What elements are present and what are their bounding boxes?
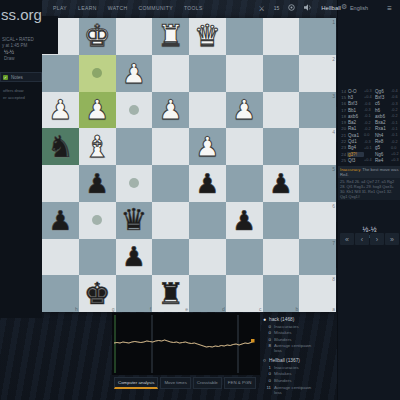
bottom-tabs: Computer analysisMove timesCrosstableFEN… <box>114 377 256 389</box>
move-row: 25Qf3+0.4Re4+0.3 <box>338 157 400 163</box>
eval-value: -0.2 <box>391 114 400 118</box>
stat-value: 8 <box>265 343 271 353</box>
square-f7[interactable]: ♟ <box>116 239 153 276</box>
challenge-icon[interactable] <box>288 4 295 12</box>
black-move[interactable]: Re8 <box>374 139 391 144</box>
white-color-icon: ○ <box>263 357 266 363</box>
file-coordinate: e <box>185 306 188 312</box>
black-move[interactable]: c6 <box>374 101 391 106</box>
file-coordinate: g <box>112 306 115 312</box>
last-move-button[interactable]: » <box>385 233 399 245</box>
eval-value: 0.0 <box>364 133 374 137</box>
square-a5[interactable]: 5 <box>299 165 336 202</box>
tab-fen-pgn[interactable]: FEN & PGN <box>224 377 256 389</box>
square-b5[interactable]: ♟ <box>263 165 300 202</box>
hamburger-menu-icon[interactable]: ≡ <box>387 4 392 13</box>
stat-value: 0 <box>265 324 271 329</box>
stat-value: 0 <box>265 371 271 376</box>
file-coordinate: h <box>75 306 78 312</box>
file-coordinate: d <box>222 306 225 312</box>
move-dest-dot <box>129 105 139 115</box>
move-dest-dot <box>92 68 102 78</box>
swords-icon[interactable]: ⚔ <box>258 5 264 12</box>
top-nav: PLAYLEARNWATCHCOMMUNITYTOOLS ⚔ 15 Hellba… <box>0 0 400 16</box>
rank-coordinate: 2 <box>332 56 335 62</box>
square-h7[interactable] <box>42 239 79 276</box>
stat-label: Mistakes <box>274 330 291 335</box>
stats-black-player: ●hack (1468)0Inaccuracies0Mistakes0Blund… <box>263 316 335 353</box>
eval-value: -0.1 <box>391 121 400 125</box>
eval-value: -0.2 <box>364 127 374 131</box>
tab-crosstable[interactable]: Crosstable <box>193 377 222 389</box>
nav-item-tools[interactable]: TOOLS <box>184 5 203 11</box>
square-g1[interactable]: ♚ <box>79 18 116 55</box>
white-move[interactable]: Bg4 <box>347 145 364 150</box>
square-d4[interactable]: ♟ <box>189 128 226 165</box>
white-pawn: ♟ <box>48 96 72 123</box>
black-move[interactable]: Ng6 <box>374 152 391 157</box>
square-c1[interactable] <box>226 18 263 55</box>
square-d7[interactable] <box>189 239 226 276</box>
square-a8[interactable]: 8a <box>299 275 336 312</box>
rank-coordinate: 5 <box>332 166 335 172</box>
square-f1[interactable] <box>116 18 153 55</box>
square-h3[interactable]: ♟ <box>42 92 79 129</box>
player-name: hack (1468) <box>269 317 294 322</box>
square-a4[interactable]: 4 <box>299 128 336 165</box>
move-dest-dot <box>129 178 139 188</box>
white-move[interactable]: Qxa1 <box>347 133 364 138</box>
square-c7[interactable] <box>226 239 263 276</box>
eval-value: +0.2 <box>391 152 400 156</box>
black-move[interactable]: Bxf3 <box>374 95 391 100</box>
white-pawn: ♟ <box>195 133 219 160</box>
nav-item-learn[interactable]: LEARN <box>78 5 97 11</box>
black-knight: ♞ <box>47 132 74 162</box>
stat-value: 1 <box>265 365 271 370</box>
square-e1[interactable]: ♜ <box>152 18 189 55</box>
white-move[interactable]: Qf3 <box>347 158 364 163</box>
nav-item-play[interactable]: PLAY <box>53 5 67 11</box>
square-h4[interactable]: ♞ <box>42 128 79 165</box>
square-d2[interactable] <box>189 55 226 92</box>
square-a7[interactable]: 7 <box>299 239 336 276</box>
notes-tab[interactable]: Notes <box>11 75 23 80</box>
square-b3[interactable] <box>263 92 300 129</box>
white-move[interactable]: Bxf3 <box>347 101 364 106</box>
square-f2[interactable]: ♟ <box>116 55 153 92</box>
white-pawn: ♟ <box>85 96 109 123</box>
file-coordinate: c <box>259 306 262 312</box>
player-stats: ●hack (1468)0Inaccuracies0Mistakes0Blund… <box>263 316 335 399</box>
tab-move-times[interactable]: Move times <box>160 377 190 389</box>
square-f5[interactable] <box>116 165 153 202</box>
square-d3[interactable] <box>189 92 226 129</box>
file-coordinate: f <box>150 306 151 312</box>
eval-value: +0.3 <box>364 89 374 93</box>
rank-coordinate: 4 <box>332 129 335 135</box>
square-g3[interactable]: ♟ <box>79 92 116 129</box>
eval-value: -0.2 <box>364 121 374 125</box>
eval-value: -0.2 <box>391 140 400 144</box>
black-pawn: ♟ <box>195 170 219 197</box>
white-rook: ♜ <box>157 21 184 51</box>
eval-value: -0.1 <box>391 127 400 131</box>
square-f8[interactable]: f <box>116 275 153 312</box>
stat-label: Blunders <box>274 378 291 383</box>
stat-label: Mistakes <box>274 371 291 376</box>
chat-line: er accepted <box>3 95 25 100</box>
white-move[interactable]: Bb1 <box>347 108 364 113</box>
black-move[interactable]: Re4 <box>374 158 391 163</box>
analysis-comment: Inaccuracy. The best move was Re4. <box>338 166 400 179</box>
square-c5[interactable] <box>226 165 263 202</box>
game-date-label: y at 1:45 PM <box>2 43 27 48</box>
square-e2[interactable] <box>152 55 189 92</box>
black-rook: ♜ <box>157 279 184 309</box>
square-c4[interactable] <box>226 128 263 165</box>
white-move[interactable]: Qd1 <box>347 139 364 144</box>
square-h6[interactable]: ♟ <box>42 202 79 239</box>
variation-line[interactable]: 25. Re4 26. a4 Qe7 27. a5 Rg2 28. Qf1 Rx… <box>338 178 400 200</box>
square-g7[interactable] <box>79 239 116 276</box>
move-number: 18 <box>338 114 347 119</box>
square-e6[interactable] <box>152 202 189 239</box>
square-f4[interactable] <box>116 128 153 165</box>
square-h8[interactable]: h <box>42 275 79 312</box>
square-a6[interactable]: 6 <box>299 202 336 239</box>
move-number: 16 <box>338 101 347 106</box>
eval-value: +0.4 <box>364 158 374 162</box>
rank-coordinate: 8 <box>332 276 335 282</box>
file-coordinate: b <box>295 306 298 312</box>
square-a3[interactable]: 3 <box>299 92 336 129</box>
move-number: 20 <box>338 126 347 131</box>
eval-line <box>114 340 254 347</box>
nav-menu: PLAYLEARNWATCHCOMMUNITYTOOLS <box>53 5 203 11</box>
game-type-label: SICAL • RATED <box>2 37 34 42</box>
black-pawn: ♟ <box>85 170 109 197</box>
sound-icon[interactable] <box>304 4 312 12</box>
stat-value: 0 <box>265 378 271 383</box>
white-move[interactable]: Ba2 <box>347 120 364 125</box>
eval-value: +0.3 <box>391 158 400 162</box>
move-number: 23 <box>338 145 347 150</box>
move-number: 24 <box>338 152 347 157</box>
black-pawn: ♟ <box>269 170 293 197</box>
square-d1[interactable]: ♛ <box>189 18 226 55</box>
eval-value: -0.1 <box>364 114 374 118</box>
rank-coordinate: 7 <box>332 240 335 246</box>
prev-move-button[interactable]: ‹ <box>355 233 369 245</box>
black-queen: ♛ <box>120 205 147 235</box>
stat-value: 0 <box>265 337 271 342</box>
eval-value: +0.4 <box>364 95 374 99</box>
stat-label: Average centipawn loss <box>274 343 314 353</box>
eval-value: +0.1 <box>364 146 374 150</box>
white-queen: ♛ <box>194 21 221 51</box>
square-c8[interactable]: c <box>226 275 263 312</box>
square-d8[interactable]: d <box>189 275 226 312</box>
black-move[interactable]: Nh4 <box>374 133 391 138</box>
eval-value: -0.6 <box>364 102 374 106</box>
black-move[interactable]: axb6 <box>374 114 391 119</box>
square-e7[interactable] <box>152 239 189 276</box>
stat-value: 11 <box>265 385 271 395</box>
eval-value: -0.6 <box>391 95 400 99</box>
square-f3[interactable] <box>116 92 153 129</box>
black-move[interactable]: h6 <box>374 108 391 113</box>
white-move[interactable]: O-O <box>347 89 364 94</box>
eval-value: 0.0 <box>391 146 400 150</box>
white-bishop: ♝ <box>84 132 111 162</box>
square-d5[interactable]: ♟ <box>189 165 226 202</box>
eval-graph[interactable] <box>112 313 260 375</box>
language-selector[interactable]: English <box>350 5 368 11</box>
square-a1[interactable]: 1 <box>299 18 336 55</box>
current-move-marker <box>251 339 255 343</box>
stat-label: Average centipawn loss <box>274 385 314 395</box>
eval-value: -0.3 <box>391 102 400 106</box>
black-color-icon: ● <box>263 316 266 322</box>
stat-label: Inaccuracies <box>274 324 299 329</box>
black-pawn: ♟ <box>122 243 146 270</box>
white-move[interactable]: h3 <box>347 95 364 100</box>
square-e3[interactable]: ♟ <box>152 92 189 129</box>
square-a2[interactable]: 2 <box>299 55 336 92</box>
move-number: 21 <box>338 133 347 138</box>
move-number: 15 <box>338 95 347 100</box>
sidebar-tabs[interactable]: ✓ Notes <box>0 72 42 82</box>
chess-board: ♚♜♛1♟2♟♟♟♟3♞♝♟4♟♟♟5♟♛♟6♟7h♚gf♜edcb8a <box>42 18 336 312</box>
black-move[interactable]: g5 <box>374 145 391 150</box>
square-b7[interactable] <box>263 239 300 276</box>
stats-white-player: ○Hellball (1367)1Inaccuracies0Mistakes0B… <box>263 357 335 394</box>
first-move-button[interactable]: « <box>340 233 354 245</box>
tab-computer-analysis[interactable]: Computer analysis <box>114 377 158 389</box>
move-number: 25 <box>338 158 347 163</box>
eval-value: -0.3 <box>364 108 374 112</box>
white-pawn: ♟ <box>159 96 183 123</box>
white-pawn: ♟ <box>232 96 256 123</box>
square-b1[interactable] <box>263 18 300 55</box>
square-g8[interactable]: ♚g <box>79 275 116 312</box>
square-b8[interactable]: b <box>263 275 300 312</box>
stat-label: Inaccuracies <box>274 365 299 370</box>
chat-line: offers draw <box>3 88 24 93</box>
square-c6[interactable]: ♟ <box>226 202 263 239</box>
stat-label: Blunders <box>274 337 291 342</box>
square-g6[interactable] <box>79 202 116 239</box>
player-name: Hellball (1367) <box>269 358 300 363</box>
checkbox-icon[interactable]: ✓ <box>3 75 8 80</box>
black-move[interactable]: Qg6 <box>374 89 391 94</box>
next-move-button[interactable]: › <box>370 233 384 245</box>
move-nav-buttons: «‹›» <box>340 233 399 245</box>
rank-coordinate: 3 <box>332 93 335 99</box>
move-dest-dot <box>92 215 102 225</box>
analysis-panel: ⚙ 14O-O+0.3Qg6-0.415h3+0.4Bxf3-0.616Bxf3… <box>337 0 400 400</box>
file-coordinate: a <box>332 306 335 312</box>
eval-value: -0.4 <box>391 89 400 93</box>
white-king: ♚ <box>84 21 111 51</box>
black-move[interactable]: Rxa1 <box>374 126 391 131</box>
square-h5[interactable] <box>42 165 79 202</box>
white-move[interactable]: Ra1 <box>347 126 364 131</box>
eval-value: -0.2 <box>391 108 400 112</box>
rank-coordinate: 6 <box>332 203 335 209</box>
nav-item-community[interactable]: COMMUNITY <box>138 5 172 11</box>
black-pawn: ♟ <box>232 207 256 234</box>
square-d6[interactable] <box>189 202 226 239</box>
move-number: 17 <box>338 108 347 113</box>
square-c3[interactable]: ♟ <box>226 92 263 129</box>
move-number: 19 <box>338 120 347 125</box>
white-move[interactable]: g3?! <box>347 152 364 157</box>
nav-item-watch[interactable]: WATCH <box>108 5 128 11</box>
square-c2[interactable] <box>226 55 263 92</box>
rank-coordinate: 1 <box>332 19 335 25</box>
square-h2[interactable] <box>42 55 79 92</box>
square-e5[interactable] <box>152 165 189 202</box>
move-list: 14O-O+0.3Qg6-0.415h3+0.4Bxf3-0.616Bxf3-0… <box>338 88 400 239</box>
square-b2[interactable] <box>263 55 300 92</box>
eval-value: -0.1 <box>391 133 400 137</box>
white-pawn: ♟ <box>122 60 146 87</box>
username[interactable]: Hellball <box>321 5 341 11</box>
sidebar-result-label: Draw <box>4 56 15 61</box>
square-g5[interactable]: ♟ <box>79 165 116 202</box>
black-king: ♚ <box>84 279 111 309</box>
sidebar-result: ½-½ <box>4 49 14 55</box>
white-move[interactable]: axb6 <box>347 114 364 119</box>
square-b4[interactable] <box>263 128 300 165</box>
move-number: 22 <box>338 139 347 144</box>
eval-value: -0.3 <box>364 140 374 144</box>
square-e4[interactable] <box>152 128 189 165</box>
square-e8[interactable]: ♜e <box>152 275 189 312</box>
black-move[interactable]: Bxa2 <box>374 120 391 125</box>
square-f6[interactable]: ♛ <box>116 202 153 239</box>
black-pawn: ♟ <box>48 207 72 234</box>
move-number: 14 <box>338 89 347 94</box>
square-b6[interactable] <box>263 202 300 239</box>
square-g4[interactable]: ♝ <box>79 128 116 165</box>
square-g2[interactable] <box>79 55 116 92</box>
stat-value: 0 <box>265 330 271 335</box>
games-count-badge: 15 <box>274 5 280 11</box>
